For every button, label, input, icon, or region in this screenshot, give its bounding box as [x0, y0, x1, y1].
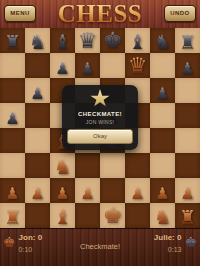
square-c1[interactable]: ♝ — [50, 203, 75, 228]
piece-black-queen: ♛ — [78, 30, 98, 52]
chess-app-window: MENU CHESS UNDO ♜♞♝♛♚♝♞♜♟♟♛♟♟♟♟♟♝♟♞♟♟♟♟♟… — [0, 0, 200, 266]
square-a5[interactable]: ♟ — [0, 103, 25, 128]
okay-button[interactable]: Okay — [67, 129, 133, 144]
square-a1[interactable]: ♜ — [0, 203, 25, 228]
square-g7[interactable] — [150, 53, 175, 78]
square-f8[interactable]: ♝ — [125, 28, 150, 53]
star-icon — [90, 89, 110, 108]
piece-white-rook: ♜ — [179, 208, 196, 227]
square-g5[interactable] — [150, 103, 175, 128]
right-player-info: Julie: 0 0:13 ♚ — [151, 233, 197, 254]
square-a7[interactable] — [0, 53, 25, 78]
square-g2[interactable]: ♟ — [150, 178, 175, 203]
piece-black-bishop: ♝ — [129, 32, 147, 52]
piece-white-queen: ♛ — [128, 55, 148, 77]
status-bar: ♚ Jon: 0 0:10 Checkmate! Julie: 0 0:13 ♚ — [0, 228, 200, 266]
top-bar: MENU CHESS UNDO — [0, 0, 200, 28]
piece-white-pawn: ♟ — [130, 186, 144, 202]
square-e1[interactable]: ♚ — [100, 203, 125, 228]
square-h8[interactable]: ♜ — [175, 28, 200, 53]
square-c8[interactable]: ♝ — [50, 28, 75, 53]
square-e7[interactable] — [100, 53, 125, 78]
piece-white-king: ♚ — [103, 205, 123, 227]
square-e3[interactable] — [100, 153, 125, 178]
square-b6[interactable]: ♟ — [25, 78, 50, 103]
piece-white-knight: ♞ — [54, 157, 72, 177]
square-d2[interactable]: ♟ — [75, 178, 100, 203]
square-f7[interactable]: ♛ — [125, 53, 150, 78]
right-player-score: Julie: 0 — [154, 233, 182, 243]
piece-black-rook: ♜ — [4, 33, 21, 52]
dialog-title: CHECKMATE! — [62, 111, 138, 117]
square-h7[interactable]: ♟ — [175, 53, 200, 78]
piece-black-pawn: ♟ — [55, 61, 69, 77]
square-c3[interactable]: ♞ — [50, 153, 75, 178]
square-b4[interactable] — [25, 128, 50, 153]
piece-black-pawn: ♟ — [5, 111, 19, 127]
square-e2[interactable] — [100, 178, 125, 203]
square-h2[interactable]: ♟ — [175, 178, 200, 203]
square-a2[interactable]: ♟ — [0, 178, 25, 203]
piece-white-pawn: ♟ — [30, 186, 44, 202]
piece-white-pawn: ♟ — [155, 186, 169, 202]
square-f2[interactable]: ♟ — [125, 178, 150, 203]
square-b1[interactable] — [25, 203, 50, 228]
square-d7[interactable]: ♟ — [75, 53, 100, 78]
square-a4[interactable] — [0, 128, 25, 153]
piece-black-pawn: ♟ — [80, 61, 94, 77]
piece-white-knight: ♞ — [154, 207, 172, 227]
undo-button[interactable]: UNDO — [164, 5, 196, 22]
piece-black-rook: ♜ — [179, 33, 196, 52]
square-g4[interactable] — [150, 128, 175, 153]
square-h6[interactable] — [175, 78, 200, 103]
square-b5[interactable] — [25, 103, 50, 128]
piece-black-pawn: ♟ — [155, 86, 169, 102]
square-g1[interactable]: ♞ — [150, 203, 175, 228]
square-b2[interactable]: ♟ — [25, 178, 50, 203]
square-g6[interactable]: ♟ — [150, 78, 175, 103]
square-d3[interactable] — [75, 153, 100, 178]
square-d1[interactable] — [75, 203, 100, 228]
square-b3[interactable] — [25, 153, 50, 178]
square-b7[interactable] — [25, 53, 50, 78]
piece-black-pawn: ♟ — [180, 61, 194, 77]
square-h3[interactable] — [175, 153, 200, 178]
square-a6[interactable] — [0, 78, 25, 103]
piece-black-bishop: ♝ — [54, 32, 72, 52]
piece-white-pawn: ♟ — [180, 186, 194, 202]
square-g8[interactable]: ♞ — [150, 28, 175, 53]
dialog-subtitle: JON WINS! — [62, 119, 138, 125]
square-d8[interactable]: ♛ — [75, 28, 100, 53]
square-b8[interactable]: ♞ — [25, 28, 50, 53]
piece-white-pawn: ♟ — [80, 186, 94, 202]
piece-white-rook: ♜ — [4, 208, 21, 227]
square-h5[interactable] — [175, 103, 200, 128]
square-c2[interactable]: ♟ — [50, 178, 75, 203]
piece-white-pawn: ♟ — [5, 186, 19, 202]
checkmate-dialog: CHECKMATE! JON WINS! Okay — [62, 85, 138, 150]
square-e8[interactable]: ♚ — [100, 28, 125, 53]
piece-black-knight: ♞ — [29, 32, 47, 52]
piece-black-king: ♚ — [103, 30, 123, 52]
piece-black-pawn: ♟ — [30, 86, 44, 102]
square-f1[interactable] — [125, 203, 150, 228]
square-f3[interactable] — [125, 153, 150, 178]
piece-black-knight: ♞ — [154, 32, 172, 52]
black-king-icon: ♚ — [184, 235, 197, 249]
square-a3[interactable] — [0, 153, 25, 178]
square-c7[interactable]: ♟ — [50, 53, 75, 78]
square-g3[interactable] — [150, 153, 175, 178]
right-player-time: 0:13 — [154, 245, 182, 254]
square-h4[interactable] — [175, 128, 200, 153]
piece-white-pawn: ♟ — [55, 186, 69, 202]
square-a8[interactable]: ♜ — [0, 28, 25, 53]
piece-white-bishop: ♝ — [54, 207, 72, 227]
square-h1[interactable]: ♜ — [175, 203, 200, 228]
